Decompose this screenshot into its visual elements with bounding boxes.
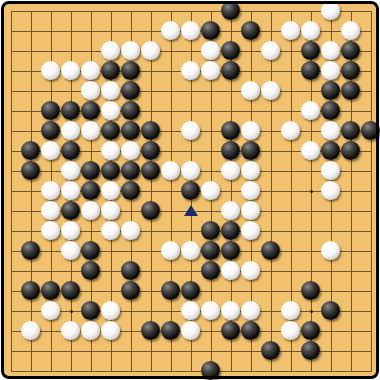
screenshot (0, 0, 380, 380)
board-frame (1, 1, 379, 379)
